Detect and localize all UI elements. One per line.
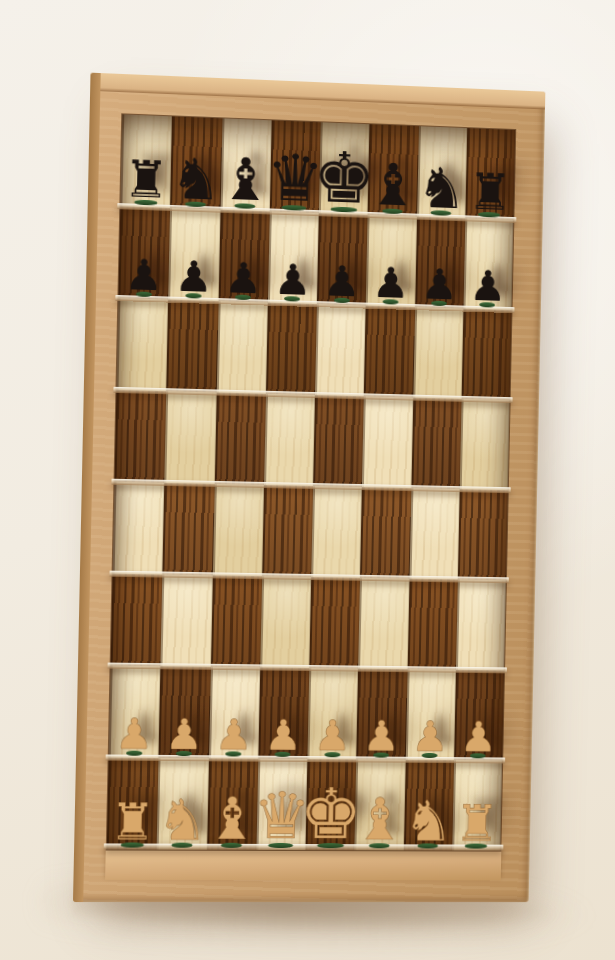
frame-top-edge [90,73,545,110]
square-h8[interactable]: ♜ [465,128,515,220]
square-h1[interactable]: ♜ [452,760,502,850]
square-a5[interactable] [115,390,167,483]
piece-black-pawn[interactable]: ♟ [469,266,507,307]
piece-black-pawn[interactable]: ♟ [174,257,213,298]
frame-left-edge [73,73,101,902]
piece-black-pawn[interactable]: ♟ [323,261,361,302]
square-b2[interactable]: ♟ [159,666,211,758]
square-a7[interactable]: ♟ [118,206,170,299]
piece-black-rook[interactable]: ♜ [123,155,170,205]
square-a8[interactable]: ♜ [120,114,172,208]
piece-white-knight[interactable]: ♞ [156,793,208,847]
piece-white-rook[interactable]: ♜ [109,798,156,846]
square-b1[interactable]: ♞ [157,758,209,850]
square-g3[interactable] [407,579,457,670]
piece-white-rook[interactable]: ♜ [454,800,499,847]
piece-black-bishop[interactable]: ♝ [219,151,272,208]
piece-black-pawn[interactable]: ♟ [372,263,410,304]
square-d4[interactable] [262,485,313,577]
piece-black-pawn[interactable]: ♟ [124,255,163,296]
square-g5[interactable] [411,398,461,490]
square-d5[interactable] [264,394,315,486]
square-e7[interactable]: ♟ [317,213,368,305]
square-d2[interactable]: ♟ [258,667,309,759]
square-b8[interactable]: ♞ [170,116,222,209]
square-a6[interactable] [116,298,168,391]
square-g8[interactable]: ♞ [417,126,467,218]
square-c3[interactable] [210,575,261,667]
square-f7[interactable]: ♟ [366,215,417,307]
square-e3[interactable] [309,577,360,669]
piece-white-bishop[interactable]: ♝ [205,791,258,847]
piece-white-knight[interactable]: ♞ [403,794,454,847]
piece-white-pawn[interactable]: ♟ [362,717,400,757]
square-e1[interactable]: ♚ [306,759,357,850]
square-a1[interactable]: ♜ [107,758,159,850]
square-g4[interactable] [409,488,459,579]
piece-black-knight[interactable]: ♞ [170,151,222,206]
square-a4[interactable] [113,482,165,575]
square-b4[interactable] [163,483,215,575]
square-b5[interactable] [165,391,217,484]
square-h2[interactable]: ♟ [454,670,504,761]
piece-black-knight[interactable]: ♞ [416,161,467,216]
square-f4[interactable] [360,487,411,579]
piece-white-bishop[interactable]: ♝ [353,792,406,847]
square-h5[interactable] [459,399,509,490]
square-e8[interactable]: ♚ [319,122,370,215]
piece-black-rook[interactable]: ♜ [467,168,512,217]
square-c7[interactable]: ♟ [218,210,269,303]
square-e5[interactable] [313,395,364,487]
square-g2[interactable]: ♟ [405,669,455,760]
square-d3[interactable] [260,576,311,668]
square-d6[interactable] [266,303,317,395]
square-c1[interactable]: ♝ [207,758,258,850]
square-g1[interactable]: ♞ [403,760,453,851]
piece-black-bishop[interactable]: ♝ [367,157,420,214]
oak-frame: ♜♞♝♛♚♝♞♜♟♟♟♟♟♟♟♟♟♟♟♟♟♟♟♟♜♞♝♛♚♝♞♜ [73,73,545,902]
square-g7[interactable]: ♟ [415,217,465,309]
square-a2[interactable]: ♟ [109,666,161,758]
vertical-chess-board: ♜♞♝♛♚♝♞♜♟♟♟♟♟♟♟♟♟♟♟♟♟♟♟♟♜♞♝♛♚♝♞♜ [73,73,545,902]
square-g6[interactable] [413,307,463,399]
piece-black-pawn[interactable]: ♟ [274,260,312,301]
piece-white-pawn[interactable]: ♟ [460,718,498,758]
square-e4[interactable] [311,486,362,578]
square-f2[interactable]: ♟ [356,669,407,760]
square-c4[interactable] [212,484,263,576]
square-h3[interactable] [456,579,506,670]
square-f3[interactable] [358,578,409,669]
piece-white-pawn[interactable]: ♟ [313,716,351,756]
piece-black-pawn[interactable]: ♟ [421,265,459,306]
square-h7[interactable]: ♟ [463,218,513,310]
square-c8[interactable]: ♝ [220,118,271,211]
square-h4[interactable] [458,489,508,580]
square-b7[interactable]: ♟ [168,208,220,301]
piece-white-pawn[interactable]: ♟ [165,715,204,755]
square-c6[interactable] [216,301,267,394]
square-f6[interactable] [364,306,415,398]
square-c2[interactable]: ♟ [209,667,260,759]
square-e2[interactable]: ♟ [307,668,358,759]
square-f5[interactable] [362,396,413,488]
photo-background: { "game": "chess", "board": { "type": "v… [0,0,615,960]
piece-white-pawn[interactable]: ♟ [214,715,253,755]
piece-white-pawn[interactable]: ♟ [264,716,303,756]
square-a3[interactable] [111,574,163,667]
square-b3[interactable] [161,575,213,667]
piece-black-pawn[interactable]: ♟ [224,258,263,299]
square-d7[interactable]: ♟ [268,211,319,304]
square-h6[interactable] [461,309,511,401]
piece-white-pawn[interactable]: ♟ [115,714,154,755]
square-e6[interactable] [315,304,366,396]
piece-white-pawn[interactable]: ♟ [411,717,449,757]
board-grid: ♜♞♝♛♚♝♞♜♟♟♟♟♟♟♟♟♟♟♟♟♟♟♟♟♜♞♝♛♚♝♞♜ [107,114,516,850]
square-b6[interactable] [166,300,218,393]
square-c5[interactable] [214,392,265,484]
